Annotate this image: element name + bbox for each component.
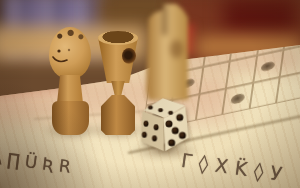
track-cell bbox=[280, 44, 300, 76]
background-blur-dark-red bbox=[224, 0, 296, 34]
goblet-pawn-waist bbox=[110, 81, 126, 97]
track-pip-mark bbox=[230, 93, 245, 105]
goblet-pawn-knot bbox=[122, 48, 136, 64]
track-pip-mark bbox=[261, 60, 276, 72]
smiley-pawn-neck bbox=[57, 75, 83, 103]
tall-pawn bbox=[146, 4, 188, 100]
tall-pawn-notch bbox=[162, 4, 167, 35]
die-pip bbox=[153, 124, 158, 130]
tall-pawn-knot bbox=[170, 40, 183, 57]
board-game-photo-scene: Λ∏ÜƦR Γ◊XK̈◊У bbox=[0, 0, 300, 188]
track-cell bbox=[276, 71, 300, 103]
die-pip bbox=[142, 131, 147, 137]
goblet-pawn-rim bbox=[98, 31, 138, 45]
smiley-pawn bbox=[46, 27, 96, 137]
smiley-face-drawing bbox=[50, 45, 80, 71]
die bbox=[135, 93, 195, 155]
smiley-pawn-hair-marks bbox=[54, 29, 86, 42]
goblet-pawn-foot bbox=[101, 95, 135, 135]
goblet-pawn bbox=[95, 31, 141, 139]
smiley-pawn-base bbox=[52, 101, 89, 135]
